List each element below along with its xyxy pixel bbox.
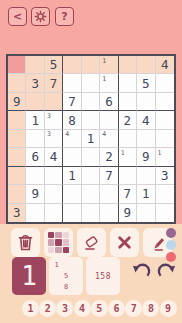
color-dot-3[interactable] <box>166 252 176 262</box>
given-digit: 1 <box>31 113 39 128</box>
cell-r6c7[interactable]: 1 <box>119 148 137 166</box>
cell-r4c8[interactable]: 4 <box>137 111 155 129</box>
cell-r9c2[interactable] <box>26 204 44 222</box>
cell-r8c3[interactable] <box>45 185 63 203</box>
selected-digit: 1 <box>21 261 37 291</box>
cell-r9c8[interactable] <box>137 204 155 222</box>
cell-r5c1[interactable] <box>8 130 26 148</box>
cell-r8c1[interactable] <box>8 185 26 203</box>
cell-r2c1[interactable] <box>8 74 26 92</box>
cell-r7c3[interactable] <box>45 167 63 185</box>
cell-r5c5[interactable]: 1 <box>82 130 100 148</box>
palette-square <box>63 247 69 253</box>
given-digit: 4 <box>50 149 58 164</box>
cell-r8c2[interactable]: 9 <box>26 185 44 203</box>
cell-r3c8[interactable] <box>137 93 155 111</box>
corner-preview-slot <box>61 260 70 271</box>
cell-r5c9[interactable] <box>156 130 174 148</box>
cell-r9c4[interactable] <box>63 204 81 222</box>
back-chevron-icon: < <box>13 10 22 23</box>
cell-r3c5[interactable] <box>82 93 100 111</box>
cell-r6c5[interactable] <box>82 148 100 166</box>
corner-pencil-mark: 1 <box>121 149 125 157</box>
cell-r4c9[interactable] <box>156 111 174 129</box>
cell-r7c4[interactable]: 1 <box>63 167 81 185</box>
cell-r5c7[interactable] <box>119 130 137 148</box>
eraser-icon <box>81 232 102 253</box>
palette-square <box>48 232 54 238</box>
corner-preview-slot <box>71 260 80 271</box>
cell-r5c2[interactable] <box>26 130 44 148</box>
corner-pencil-mark: 1 <box>102 75 106 83</box>
given-digit: 4 <box>161 57 169 72</box>
given-digit: 5 <box>50 57 58 72</box>
cell-r8c7[interactable]: 7 <box>119 185 137 203</box>
palette-square <box>48 239 54 245</box>
given-digit: 2 <box>105 149 113 164</box>
palette-square <box>55 232 61 238</box>
cell-r3c6[interactable]: 6 <box>100 93 118 111</box>
cell-r1c2[interactable] <box>26 56 44 74</box>
corner-preview-slot <box>71 281 80 292</box>
corner-preview-slot <box>52 281 61 292</box>
color-dot-2[interactable] <box>166 240 176 250</box>
cell-r3c7[interactable] <box>119 93 137 111</box>
given-digit: 3 <box>161 168 169 183</box>
cell-r7c9[interactable]: 3 <box>156 167 174 185</box>
palette-square <box>63 232 69 238</box>
corner-preview-slot <box>71 271 80 282</box>
color-palette-button[interactable] <box>44 228 73 257</box>
cell-r3c9[interactable] <box>156 93 174 111</box>
cell-r8c9[interactable] <box>156 185 174 203</box>
given-digit: 4 <box>142 113 150 128</box>
back-button[interactable]: < <box>8 7 27 26</box>
cell-r6c6[interactable]: 2 <box>100 148 118 166</box>
cell-r7c8[interactable] <box>137 167 155 185</box>
given-digit: 6 <box>105 94 113 109</box>
given-digit: 5 <box>142 76 150 91</box>
corner-pencil-mark: 1 <box>158 149 162 157</box>
cell-r3c1[interactable]: 9 <box>8 93 26 111</box>
cell-r6c8[interactable]: 9 <box>137 148 155 166</box>
sudoku-board: 514371597613824341464219117397139 <box>6 54 176 224</box>
redo-arrow-icon <box>156 262 178 284</box>
cell-r1c1[interactable] <box>8 56 26 74</box>
cell-r1c8[interactable] <box>137 56 155 74</box>
undo-button[interactable] <box>130 262 152 284</box>
cell-r6c4[interactable] <box>63 148 81 166</box>
palette-square <box>48 247 54 253</box>
cell-r4c5[interactable] <box>82 111 100 129</box>
cell-r5c3[interactable]: 3 <box>45 130 63 148</box>
corner-preview-slot: 8 <box>61 281 70 292</box>
clear-button[interactable] <box>110 228 139 257</box>
color-dot-1[interactable] <box>166 228 176 238</box>
cell-r5c6[interactable]: 4 <box>100 130 118 148</box>
given-digit: 9 <box>124 205 132 220</box>
given-digit: 7 <box>50 76 58 91</box>
eraser-button[interactable] <box>77 228 106 257</box>
corner-pencil-mark: 3 <box>47 112 51 120</box>
palette-square <box>63 239 69 245</box>
mode-digit-tile[interactable]: 1 <box>12 257 46 295</box>
cell-r2c9[interactable] <box>156 74 174 92</box>
cell-r1c3[interactable]: 5 <box>45 56 63 74</box>
given-digit: 6 <box>31 149 39 164</box>
cross-icon <box>114 232 135 253</box>
delete-button[interactable] <box>11 228 40 257</box>
cell-r7c2[interactable] <box>26 167 44 185</box>
cell-r5c4[interactable]: 4 <box>63 130 81 148</box>
trash-icon <box>15 232 36 253</box>
cell-r2c5[interactable] <box>82 74 100 92</box>
cell-r5c8[interactable] <box>137 130 155 148</box>
cell-r1c4[interactable] <box>63 56 81 74</box>
cell-r7c6[interactable]: 7 <box>100 167 118 185</box>
cell-r9c9[interactable] <box>156 204 174 222</box>
cell-r8c4[interactable] <box>63 185 81 203</box>
cell-r6c2[interactable]: 6 <box>26 148 44 166</box>
cell-r6c3[interactable]: 4 <box>45 148 63 166</box>
cell-r2c7[interactable] <box>119 74 137 92</box>
mode-center-marks-tile[interactable]: 158 <box>86 257 120 295</box>
cell-r2c8[interactable]: 5 <box>137 74 155 92</box>
palette-square <box>55 239 61 245</box>
cell-r4c7[interactable]: 2 <box>119 111 137 129</box>
redo-button[interactable] <box>156 262 178 284</box>
cell-r1c7[interactable] <box>119 56 137 74</box>
cell-r9c6[interactable] <box>100 204 118 222</box>
help-button[interactable]: ? <box>55 7 74 26</box>
cell-r2c3[interactable]: 7 <box>45 74 63 92</box>
given-digit: 7 <box>68 94 76 109</box>
cell-r9c7[interactable]: 9 <box>119 204 137 222</box>
cell-r6c1[interactable] <box>8 148 26 166</box>
cell-r4c4[interactable]: 8 <box>63 111 81 129</box>
cell-r4c3[interactable]: 3 <box>45 111 63 129</box>
cell-r7c7[interactable] <box>119 167 137 185</box>
corner-preview-slot: 1 <box>52 260 61 271</box>
corner-pencil-mark: 4 <box>102 130 106 138</box>
cell-r8c8[interactable]: 1 <box>137 185 155 203</box>
corner-pencil-mark: 4 <box>65 130 69 138</box>
given-digit: 1 <box>68 168 76 183</box>
cell-r9c3[interactable] <box>45 204 63 222</box>
question-mark-icon: ? <box>61 10 67 23</box>
cell-r9c1[interactable]: 3 <box>8 204 26 222</box>
settings-button[interactable] <box>31 7 50 26</box>
cell-r1c6[interactable]: 1 <box>100 56 118 74</box>
cell-r2c2[interactable]: 3 <box>26 74 44 92</box>
cell-r3c2[interactable] <box>26 93 44 111</box>
given-digit: 7 <box>124 186 132 201</box>
numpad-5[interactable]: 5 <box>91 300 108 317</box>
given-digit: 2 <box>124 113 132 128</box>
given-digit: 3 <box>31 76 39 91</box>
sudoku-app-screen: < ? 514371597613824341464219117397139 <box>0 0 182 323</box>
numpad-1[interactable]: 1 <box>22 300 39 317</box>
cell-r2c4[interactable] <box>63 74 81 92</box>
pencil-icon <box>147 232 168 253</box>
cell-r8c6[interactable] <box>100 185 118 203</box>
undo-arrow-icon <box>130 262 152 284</box>
cell-r1c9[interactable]: 4 <box>156 56 174 74</box>
cell-r4c2[interactable]: 1 <box>26 111 44 129</box>
numpad-9[interactable]: 9 <box>160 300 177 317</box>
corner-pencil-mark: 1 <box>102 57 106 65</box>
cell-r7c1[interactable] <box>8 167 26 185</box>
given-digit: 9 <box>142 149 150 164</box>
numpad-6[interactable]: 6 <box>108 300 125 317</box>
corner-preview-slot <box>52 271 61 282</box>
gear-icon <box>34 10 47 23</box>
given-digit: 1 <box>87 131 95 146</box>
cell-r9c5[interactable] <box>82 204 100 222</box>
center-marks-preview: 158 <box>95 272 111 281</box>
cell-r3c3[interactable] <box>45 93 63 111</box>
given-digit: 8 <box>68 113 76 128</box>
cell-r4c1[interactable] <box>8 111 26 129</box>
given-digit: 1 <box>142 186 150 201</box>
mode-corner-marks-tile[interactable]: 158 <box>49 257 83 295</box>
cell-r6c9[interactable]: 1 <box>156 148 174 166</box>
given-digit: 7 <box>105 168 113 183</box>
given-digit: 9 <box>13 94 21 109</box>
cell-r8c5[interactable] <box>82 185 100 203</box>
corner-preview-slot: 5 <box>61 271 70 282</box>
cell-r4c6[interactable] <box>100 111 118 129</box>
given-digit: 9 <box>31 186 39 201</box>
cell-r3c4[interactable]: 7 <box>63 93 81 111</box>
cell-r7c5[interactable] <box>82 167 100 185</box>
cell-r1c5[interactable] <box>82 56 100 74</box>
palette-square <box>55 247 61 253</box>
numpad-4[interactable]: 4 <box>74 300 91 317</box>
corner-pencil-mark: 3 <box>47 130 51 138</box>
given-digit: 3 <box>13 205 21 220</box>
color-grid-icon <box>48 232 69 253</box>
cell-r2c6[interactable]: 1 <box>100 74 118 92</box>
